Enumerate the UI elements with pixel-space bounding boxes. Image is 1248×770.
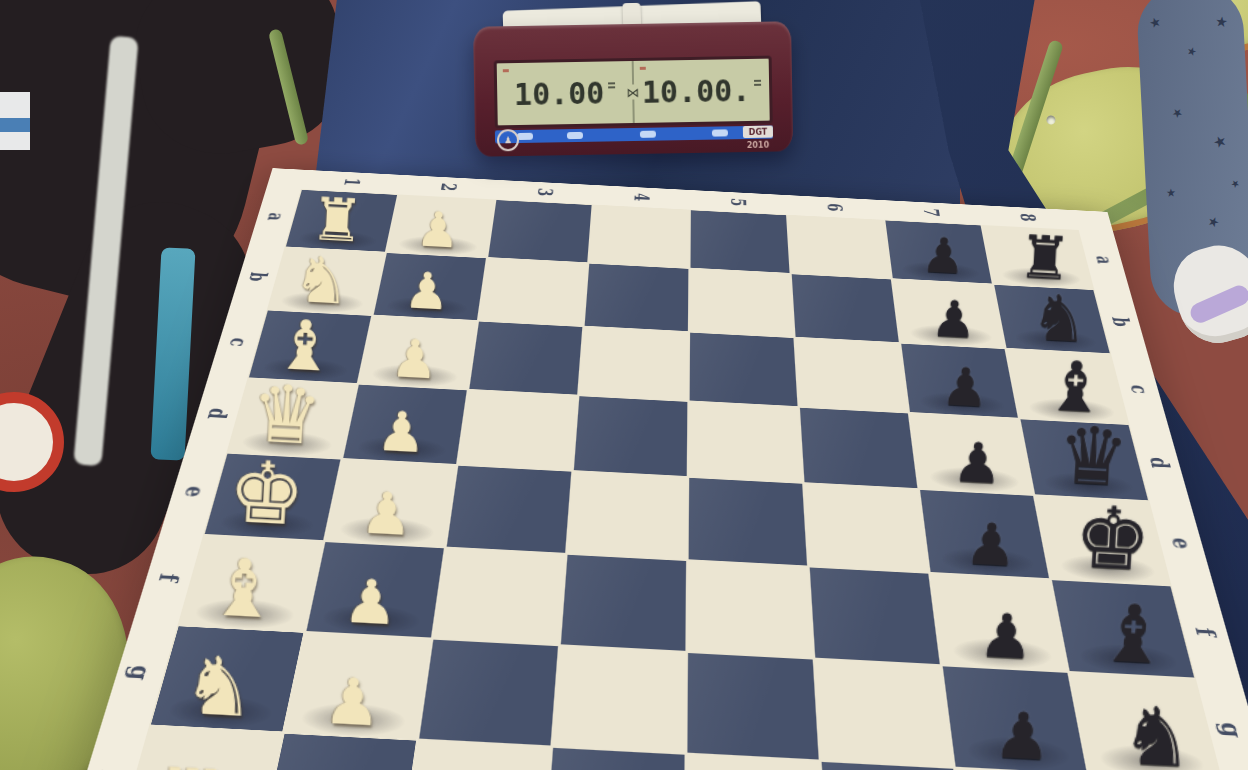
piece-black-pawn: ♟ — [964, 517, 1019, 575]
clock-body: 10.00 10.00. ⋈ ♟ DGT 2010 — [473, 21, 793, 157]
square-b3 — [478, 258, 588, 327]
square-e8: ♚ — [1034, 495, 1171, 585]
clock-flag-mark — [754, 80, 761, 82]
clock-button — [712, 129, 728, 136]
rank-label-4: 4 — [593, 185, 690, 210]
square-a3 — [487, 199, 593, 262]
chess-mat: 12345678a♜♟♟♜ab♞♟♟♞bc♝♟♟♝cd♛♟♟♛de♚♟♟♚ef♝… — [52, 168, 1248, 770]
square-a5 — [689, 210, 790, 274]
square-f3 — [432, 547, 566, 645]
rank-label-8-text: 8 — [1015, 213, 1041, 222]
file-label-right-b-text: b — [1107, 317, 1135, 328]
clock-flag-mark — [608, 82, 615, 84]
square-b4 — [583, 263, 689, 332]
rank-label-5-text: 5 — [726, 198, 750, 207]
clock-display: 10.00 10.00. ⋈ — [494, 56, 773, 129]
square-b5 — [689, 268, 795, 337]
chess-clock: 10.00 10.00. ⋈ ♟ DGT 2010 — [473, 3, 794, 157]
square-d7: ♟ — [909, 413, 1034, 495]
square-a6 — [787, 215, 892, 279]
square-c4 — [578, 326, 689, 401]
piece-black-pawn: ♟ — [920, 232, 966, 280]
square-c7: ♟ — [900, 343, 1019, 419]
clock-left-display: 10.00 — [497, 61, 633, 125]
piece-white-rook: ♜ — [152, 758, 230, 770]
square-f7: ♟ — [929, 573, 1068, 672]
square-d6 — [799, 407, 919, 489]
piece-black-bishop: ♝ — [1096, 595, 1171, 674]
clock-right-display: 10.00. — [632, 59, 770, 123]
piece-white-pawn: ♟ — [415, 207, 461, 255]
square-d3 — [457, 390, 578, 471]
piece-white-rook: ♜ — [309, 190, 365, 249]
square-d2: ♟ — [342, 384, 468, 465]
file-label-right-a-text: a — [1090, 255, 1117, 264]
square-f4 — [559, 554, 687, 652]
piece-black-king: ♚ — [1072, 497, 1153, 582]
square-e6 — [803, 483, 929, 573]
file-label-right-f-text: f — [1189, 627, 1222, 637]
file-label-right-g-text: g — [1214, 722, 1248, 739]
square-g7: ♟ — [941, 665, 1088, 770]
clock-button — [567, 132, 583, 139]
square-c2: ♟ — [358, 315, 478, 389]
square-g5 — [686, 652, 820, 761]
square-a2: ♟ — [386, 194, 496, 257]
square-h4 — [543, 747, 686, 770]
corner-top-left — [267, 168, 307, 189]
square-f8: ♝ — [1050, 579, 1195, 678]
clock-button-bar — [495, 126, 773, 144]
clock-left-indicator — [503, 69, 509, 72]
square-e5 — [687, 477, 808, 567]
square-g6 — [814, 659, 954, 768]
right-time: 10.00. — [642, 72, 751, 109]
piece-black-queen: ♛ — [1056, 419, 1131, 498]
clock-button — [639, 131, 655, 138]
rank-label-2-text: 2 — [436, 183, 462, 192]
clock-right-indicator — [640, 67, 646, 70]
square-a4 — [588, 205, 690, 269]
file-label-right-c-text: c — [1124, 384, 1153, 394]
rank-label-4-text: 4 — [629, 193, 653, 202]
file-label-left-d-text: d — [202, 407, 233, 419]
piece-white-pawn: ♟ — [342, 573, 400, 634]
square-g3 — [418, 639, 560, 747]
corner-top-right — [1073, 210, 1113, 232]
square-g2: ♟ — [283, 632, 432, 740]
piece-white-knight: ♞ — [291, 249, 351, 312]
dgt-logo-icon: ♟ — [497, 129, 519, 151]
piece-white-bishop: ♝ — [206, 549, 281, 628]
piece-black-pawn: ♟ — [977, 607, 1035, 668]
photo-canvas: ★★★★★★★★★ 12345678a♜♟♟♜ab♞♟♟♞bc♝♟♟♝cd♛♟♟… — [0, 0, 1248, 770]
square-e2: ♟ — [324, 459, 457, 548]
dgt-brand-label: DGT — [743, 126, 773, 139]
square-h2: ♟ — [259, 733, 417, 770]
square-a7: ♟ — [884, 220, 993, 284]
file-label-left-g-text: g — [122, 665, 159, 681]
piece-white-king: ♚ — [226, 452, 307, 537]
hourglass-icon: ⋈ — [625, 84, 642, 99]
piece-black-pawn: ♟ — [992, 705, 1053, 769]
piece-white-knight: ♞ — [181, 647, 258, 728]
file-label-left-b-text: b — [243, 272, 272, 282]
piece-white-pawn: ♟ — [375, 406, 427, 461]
file-label-left-c-text: c — [224, 337, 254, 347]
dgt-model-label: 2010 — [747, 141, 769, 150]
square-b8: ♞ — [993, 284, 1111, 354]
square-e3 — [445, 465, 572, 554]
piece-white-pawn: ♟ — [322, 671, 383, 735]
piece-white-pawn: ♟ — [390, 334, 440, 387]
square-g1: ♞ — [149, 625, 305, 732]
piece-black-pawn: ♟ — [930, 295, 978, 345]
rank-label-7-text: 7 — [919, 208, 944, 217]
rank-label-2: 2 — [398, 175, 498, 200]
square-c5 — [688, 332, 798, 407]
piece-black-knight: ♞ — [1119, 697, 1196, 770]
file-label-left-h: h — [67, 723, 149, 770]
rank-label-3-text: 3 — [533, 188, 558, 197]
square-d4 — [573, 395, 689, 477]
piece-black-pawn: ♟ — [940, 362, 990, 415]
square-d5 — [688, 401, 803, 483]
piece-white-pawn: ♟ — [359, 486, 414, 544]
square-f2: ♟ — [305, 541, 445, 638]
square-b6 — [791, 274, 900, 343]
file-label-right-e-text: e — [1165, 537, 1198, 550]
file-label-left-e-text: e — [178, 485, 211, 497]
file-label-left-a-text: a — [262, 212, 289, 221]
square-b7: ♟ — [892, 279, 1006, 349]
square-f6 — [808, 566, 941, 665]
file-label-left-f-text: f — [152, 573, 185, 583]
piece-black-rook: ♜ — [1017, 228, 1073, 287]
square-b2: ♟ — [372, 252, 487, 320]
square-f1: ♝ — [178, 535, 325, 632]
piece-black-knight: ♞ — [1029, 287, 1089, 350]
clock-button — [517, 133, 533, 140]
square-g4 — [552, 645, 687, 753]
piece-white-pawn: ♟ — [403, 267, 451, 317]
square-f5 — [687, 560, 814, 658]
square-e4 — [566, 471, 688, 560]
square-c6 — [795, 337, 909, 412]
square-e1: ♚ — [203, 453, 342, 541]
rank-label-6-text: 6 — [822, 203, 847, 212]
file-label-right-d-text: d — [1144, 457, 1175, 470]
piece-black-pawn: ♟ — [951, 437, 1003, 492]
chess-board: 12345678a♜♟♟♜ab♞♟♟♞bc♝♟♟♝cd♛♟♟♛de♚♟♟♚ef♝… — [52, 168, 1248, 770]
left-time: 10.00 — [514, 75, 605, 112]
square-e7: ♟ — [919, 489, 1051, 579]
square-c3 — [468, 321, 583, 396]
